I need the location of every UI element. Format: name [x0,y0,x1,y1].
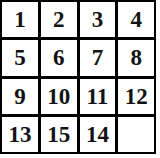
tile-7[interactable]: 7 [80,40,116,75]
tile-6[interactable]: 6 [41,40,77,75]
empty-cell [118,117,154,152]
tile-5[interactable]: 5 [2,40,38,75]
tile-3[interactable]: 3 [80,2,116,37]
tile-15[interactable]: 15 [41,117,77,152]
tile-4[interactable]: 4 [118,2,154,37]
tile-13[interactable]: 13 [2,117,38,152]
tile-9[interactable]: 9 [2,79,38,114]
tile-1[interactable]: 1 [2,2,38,37]
tile-2[interactable]: 2 [41,2,77,37]
tile-8[interactable]: 8 [118,40,154,75]
puzzle-board: 123456789101112131514 [0,0,156,154]
tile-14[interactable]: 14 [80,117,116,152]
tile-10[interactable]: 10 [41,79,77,114]
tile-12[interactable]: 12 [118,79,154,114]
tile-11[interactable]: 11 [80,79,116,114]
